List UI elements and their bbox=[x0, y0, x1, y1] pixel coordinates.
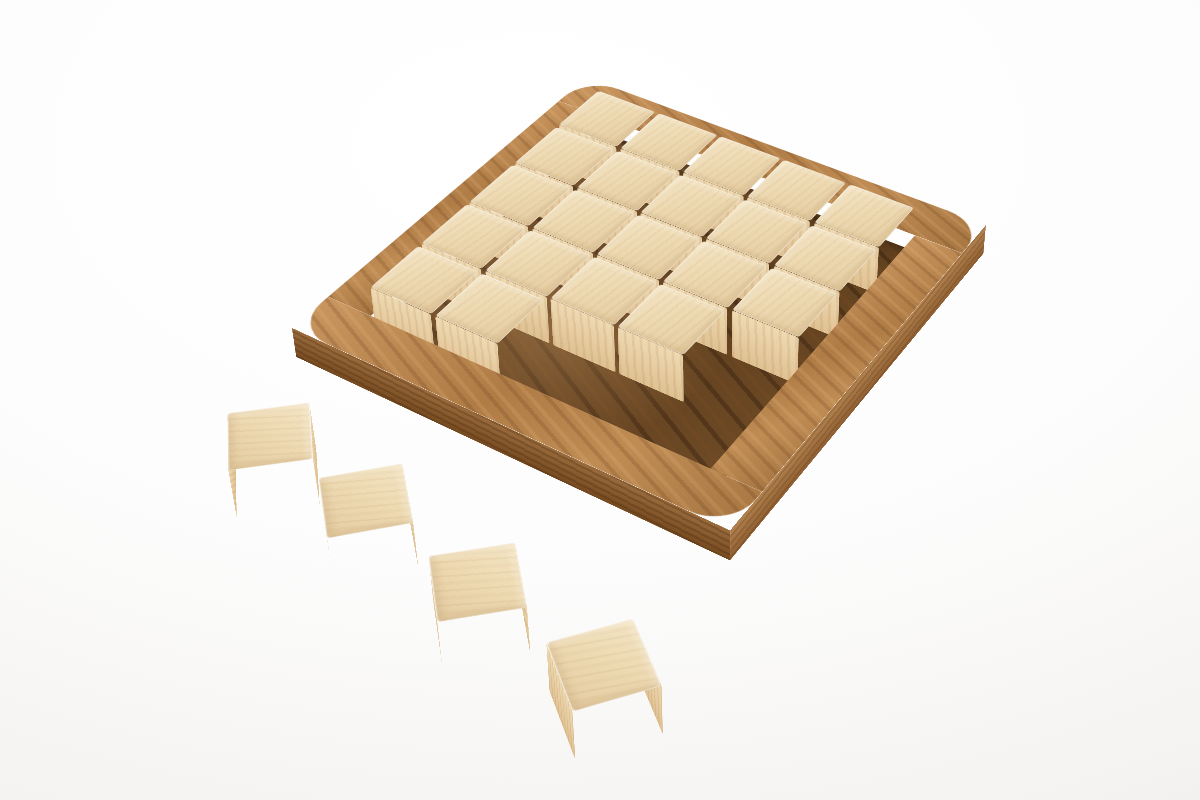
photo-stage bbox=[0, 0, 1200, 800]
scene-perspective bbox=[0, 0, 1200, 800]
